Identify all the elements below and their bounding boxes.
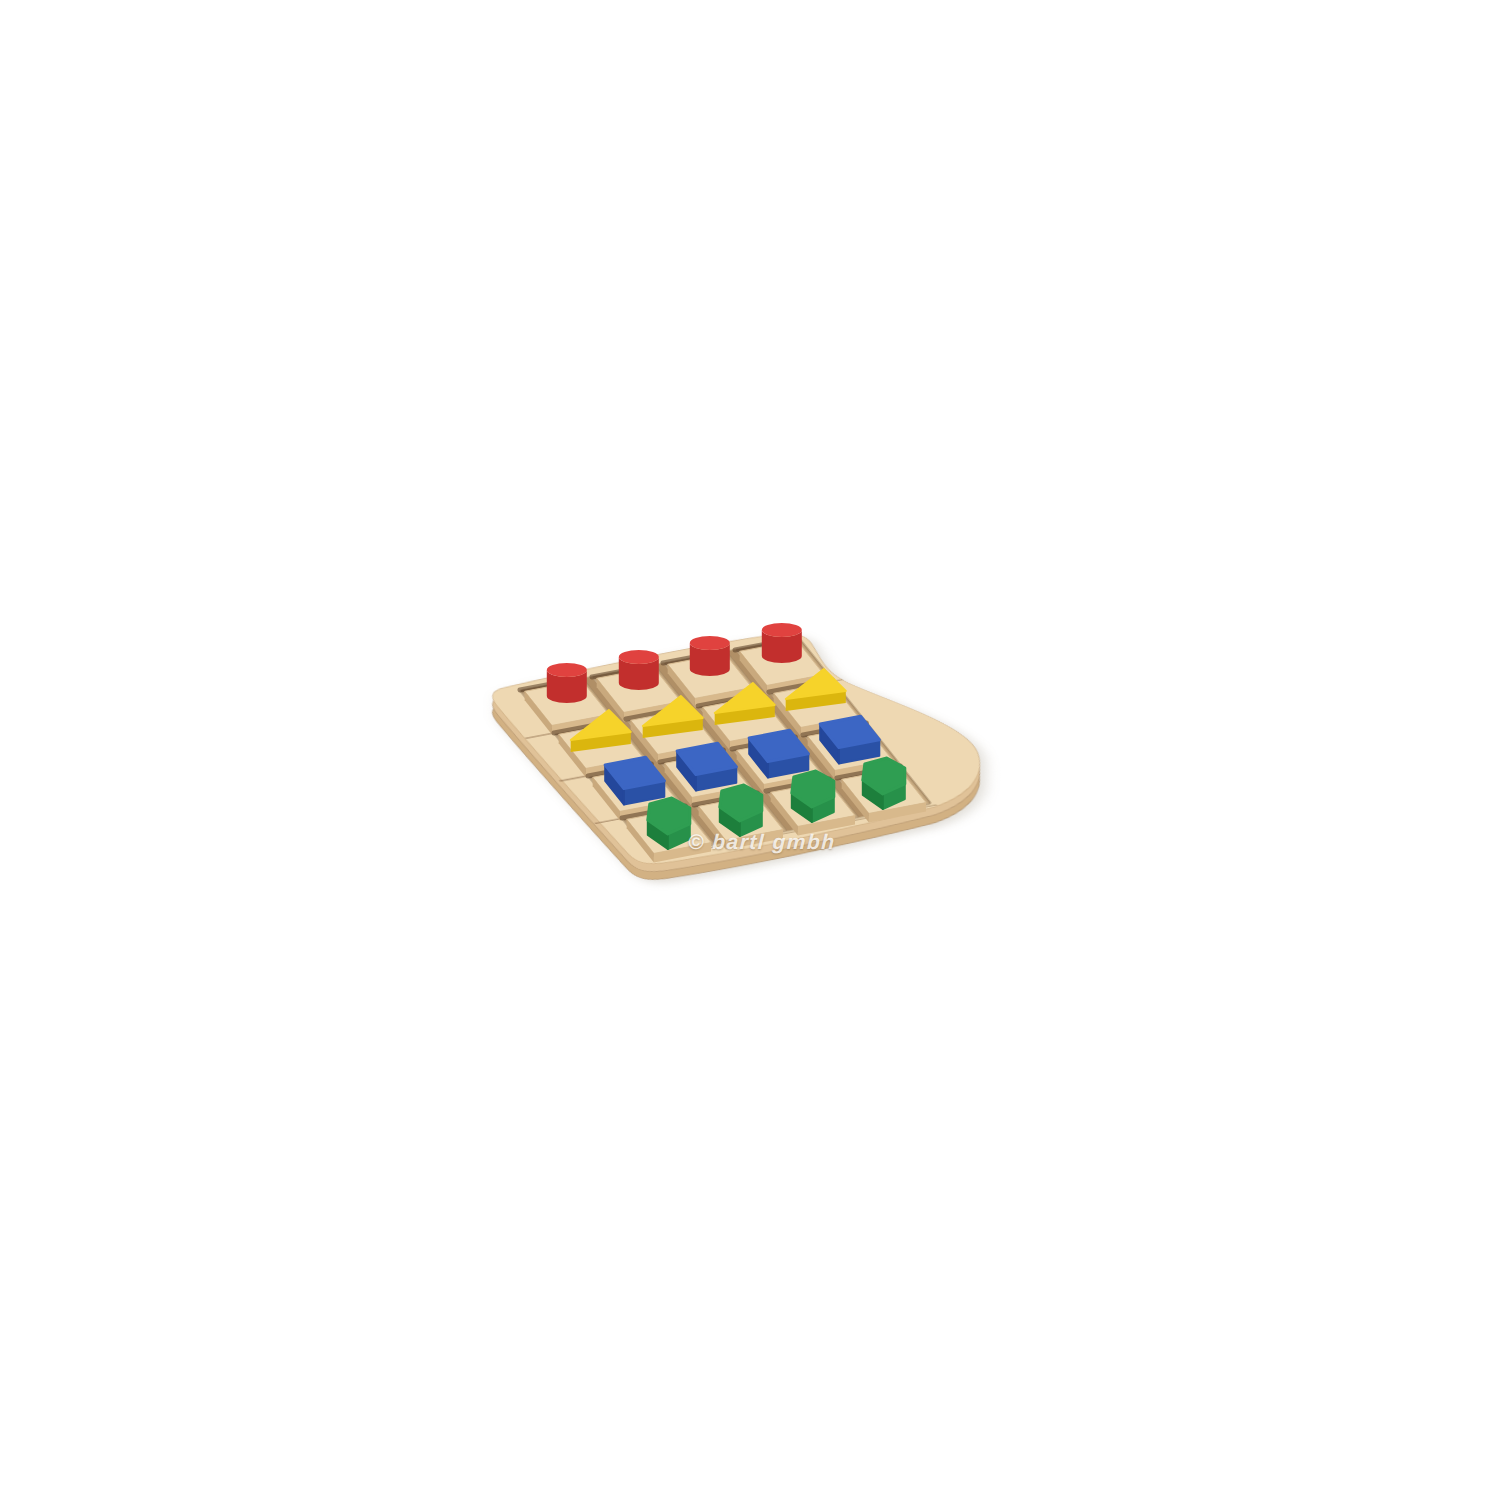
product-photo-scene: © bartl gmbh <box>0 0 1500 1500</box>
pieces-layer <box>0 0 1500 1500</box>
piece-green-hexagon-r3c0[interactable] <box>610 754 730 874</box>
watermark: © bartl gmbh <box>687 830 836 854</box>
